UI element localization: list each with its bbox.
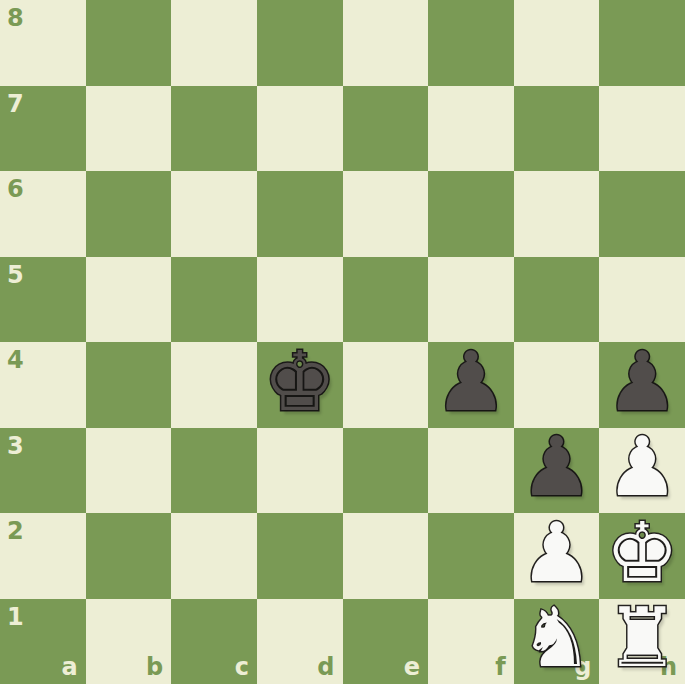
black-pawn[interactable]: ♟ <box>605 341 679 423</box>
square-b2[interactable] <box>86 513 172 599</box>
square-g5[interactable] <box>514 257 600 343</box>
square-f5[interactable] <box>428 257 514 343</box>
square-g1[interactable]: g♞ <box>514 599 600 684</box>
rank-label-5: 5 <box>7 263 24 287</box>
black-pawn[interactable]: ♟ <box>520 426 594 508</box>
black-king[interactable]: ♚ <box>263 341 337 423</box>
square-g4[interactable] <box>514 342 600 428</box>
square-e6[interactable] <box>343 171 429 257</box>
square-g3[interactable]: ♟ <box>514 428 600 514</box>
square-c2[interactable] <box>171 513 257 599</box>
square-f4[interactable]: ♟ <box>428 342 514 428</box>
file-label-c: c <box>235 655 249 679</box>
square-c1[interactable]: c <box>171 599 257 684</box>
square-e4[interactable] <box>343 342 429 428</box>
file-label-b: b <box>146 655 163 679</box>
square-a5[interactable]: 5 <box>0 257 86 343</box>
square-a7[interactable]: 7 <box>0 86 86 172</box>
square-b1[interactable]: b <box>86 599 172 684</box>
square-f7[interactable] <box>428 86 514 172</box>
square-d4[interactable]: ♚ <box>257 342 343 428</box>
black-pawn[interactable]: ♟ <box>434 341 508 423</box>
square-d3[interactable] <box>257 428 343 514</box>
file-label-f: f <box>495 655 505 679</box>
rank-label-4: 4 <box>7 348 24 372</box>
square-h7[interactable] <box>599 86 685 172</box>
square-a4[interactable]: 4 <box>0 342 86 428</box>
white-pawn[interactable]: ♟ <box>520 512 594 594</box>
square-d1[interactable]: d <box>257 599 343 684</box>
square-h3[interactable]: ♟ <box>599 428 685 514</box>
square-b6[interactable] <box>86 171 172 257</box>
square-f8[interactable] <box>428 0 514 86</box>
square-h5[interactable] <box>599 257 685 343</box>
square-b5[interactable] <box>86 257 172 343</box>
square-b3[interactable] <box>86 428 172 514</box>
white-king[interactable]: ♚ <box>605 512 679 594</box>
square-d8[interactable] <box>257 0 343 86</box>
rank-label-3: 3 <box>7 434 24 458</box>
square-h1[interactable]: h♜ <box>599 599 685 684</box>
square-f2[interactable] <box>428 513 514 599</box>
square-h8[interactable] <box>599 0 685 86</box>
white-pawn[interactable]: ♟ <box>605 426 679 508</box>
square-e1[interactable]: e <box>343 599 429 684</box>
rank-label-8: 8 <box>7 6 24 30</box>
square-c6[interactable] <box>171 171 257 257</box>
file-label-a: a <box>61 655 77 679</box>
square-d6[interactable] <box>257 171 343 257</box>
square-a6[interactable]: 6 <box>0 171 86 257</box>
file-label-d: d <box>317 655 334 679</box>
square-h2[interactable]: ♚ <box>599 513 685 599</box>
square-a1[interactable]: 1a <box>0 599 86 684</box>
square-c8[interactable] <box>171 0 257 86</box>
square-g7[interactable] <box>514 86 600 172</box>
square-e5[interactable] <box>343 257 429 343</box>
square-c3[interactable] <box>171 428 257 514</box>
square-c4[interactable] <box>171 342 257 428</box>
white-knight[interactable]: ♞ <box>520 597 594 679</box>
square-g8[interactable] <box>514 0 600 86</box>
square-c7[interactable] <box>171 86 257 172</box>
square-f6[interactable] <box>428 171 514 257</box>
rank-label-6: 6 <box>7 177 24 201</box>
square-e7[interactable] <box>343 86 429 172</box>
chess-board: 87654♚♟♟3♟♟2♟♚1abcdefg♞h♜ <box>0 0 685 684</box>
square-b4[interactable] <box>86 342 172 428</box>
square-e2[interactable] <box>343 513 429 599</box>
square-d7[interactable] <box>257 86 343 172</box>
square-h6[interactable] <box>599 171 685 257</box>
rank-label-2: 2 <box>7 519 24 543</box>
rank-label-1: 1 <box>7 605 24 629</box>
square-h4[interactable]: ♟ <box>599 342 685 428</box>
square-b8[interactable] <box>86 0 172 86</box>
white-rook[interactable]: ♜ <box>605 597 679 679</box>
square-d2[interactable] <box>257 513 343 599</box>
square-e8[interactable] <box>343 0 429 86</box>
square-a2[interactable]: 2 <box>0 513 86 599</box>
square-d5[interactable] <box>257 257 343 343</box>
square-f3[interactable] <box>428 428 514 514</box>
square-c5[interactable] <box>171 257 257 343</box>
square-g2[interactable]: ♟ <box>514 513 600 599</box>
square-g6[interactable] <box>514 171 600 257</box>
rank-label-7: 7 <box>7 92 24 116</box>
square-a8[interactable]: 8 <box>0 0 86 86</box>
square-e3[interactable] <box>343 428 429 514</box>
square-b7[interactable] <box>86 86 172 172</box>
square-f1[interactable]: f <box>428 599 514 684</box>
file-label-e: e <box>404 655 420 679</box>
square-a3[interactable]: 3 <box>0 428 86 514</box>
